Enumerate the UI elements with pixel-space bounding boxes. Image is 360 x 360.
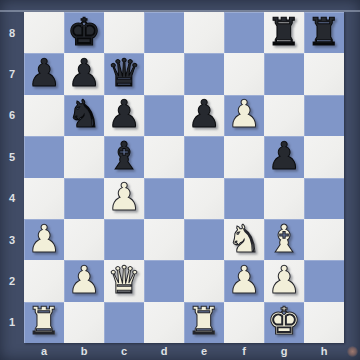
piece-white-pawn[interactable]: ♟: [27, 220, 61, 258]
square-d7[interactable]: [144, 53, 184, 94]
square-f6[interactable]: ♟: [224, 95, 264, 136]
square-c8[interactable]: [104, 12, 144, 53]
piece-white-knight[interactable]: ♞: [227, 220, 261, 258]
square-e2[interactable]: [184, 260, 224, 301]
square-f2[interactable]: ♟: [224, 260, 264, 301]
square-e6[interactable]: ♟: [184, 95, 224, 136]
piece-white-pawn[interactable]: ♟: [67, 261, 101, 299]
square-e7[interactable]: [184, 53, 224, 94]
square-b1[interactable]: [64, 302, 104, 343]
square-f7[interactable]: [224, 53, 264, 94]
square-f3[interactable]: ♞: [224, 219, 264, 260]
square-b4[interactable]: [64, 178, 104, 219]
square-b6[interactable]: ♞: [64, 95, 104, 136]
file-label-e: e: [184, 343, 224, 359]
square-d6[interactable]: [144, 95, 184, 136]
square-a2[interactable]: [24, 260, 64, 301]
square-g2[interactable]: ♟: [264, 260, 304, 301]
piece-black-rook[interactable]: ♜: [307, 13, 341, 51]
rank-label-2: 2: [0, 260, 24, 301]
square-b3[interactable]: [64, 219, 104, 260]
square-c7[interactable]: ♛: [104, 53, 144, 94]
side-to-move-indicator-dot: [347, 346, 358, 357]
square-h1[interactable]: [304, 302, 344, 343]
square-c3[interactable]: [104, 219, 144, 260]
rank-label-1: 1: [0, 302, 24, 343]
rank-label-6: 6: [0, 95, 24, 136]
square-b7[interactable]: ♟: [64, 53, 104, 94]
square-c1[interactable]: [104, 302, 144, 343]
rank-label-4: 4: [0, 178, 24, 219]
square-a7[interactable]: ♟: [24, 53, 64, 94]
square-e5[interactable]: [184, 136, 224, 177]
file-label-a: a: [24, 343, 64, 359]
chess-diagram: 87654321 ♚♜♜♟♟♛♞♟♟♟♝♟♟♟♞♝♟♛♟♟♜♜♚ abcdefg…: [0, 0, 360, 360]
piece-black-pawn[interactable]: ♟: [107, 95, 141, 133]
square-f8[interactable]: [224, 12, 264, 53]
piece-white-pawn[interactable]: ♟: [107, 178, 141, 216]
file-label-d: d: [144, 343, 184, 359]
rank-label-8: 8: [0, 12, 24, 53]
piece-black-pawn[interactable]: ♟: [27, 54, 61, 92]
piece-black-rook[interactable]: ♜: [267, 13, 301, 51]
piece-black-pawn[interactable]: ♟: [187, 95, 221, 133]
square-h6[interactable]: [304, 95, 344, 136]
file-label-h: h: [304, 343, 344, 359]
square-c4[interactable]: ♟: [104, 178, 144, 219]
square-a3[interactable]: ♟: [24, 219, 64, 260]
square-d5[interactable]: [144, 136, 184, 177]
square-d1[interactable]: [144, 302, 184, 343]
file-label-f: f: [224, 343, 264, 359]
piece-black-pawn[interactable]: ♟: [67, 54, 101, 92]
square-c6[interactable]: ♟: [104, 95, 144, 136]
square-h5[interactable]: [304, 136, 344, 177]
square-b2[interactable]: ♟: [64, 260, 104, 301]
piece-black-king[interactable]: ♚: [67, 13, 101, 51]
rank-label-3: 3: [0, 219, 24, 260]
square-e1[interactable]: ♜: [184, 302, 224, 343]
square-g6[interactable]: [264, 95, 304, 136]
piece-white-pawn[interactable]: ♟: [227, 95, 261, 133]
square-h4[interactable]: [304, 178, 344, 219]
square-e4[interactable]: [184, 178, 224, 219]
rank-labels: 87654321: [0, 12, 24, 343]
square-a8[interactable]: [24, 12, 64, 53]
square-a6[interactable]: [24, 95, 64, 136]
rank-label-7: 7: [0, 53, 24, 94]
square-d3[interactable]: [144, 219, 184, 260]
square-g7[interactable]: [264, 53, 304, 94]
file-label-c: c: [104, 343, 144, 359]
square-g8[interactable]: ♜: [264, 12, 304, 53]
square-e8[interactable]: [184, 12, 224, 53]
piece-white-king[interactable]: ♚: [267, 302, 301, 340]
square-h7[interactable]: [304, 53, 344, 94]
piece-black-pawn[interactable]: ♟: [267, 137, 301, 175]
square-g4[interactable]: [264, 178, 304, 219]
square-a5[interactable]: [24, 136, 64, 177]
piece-white-rook[interactable]: ♜: [187, 302, 221, 340]
square-b8[interactable]: ♚: [64, 12, 104, 53]
square-d4[interactable]: [144, 178, 184, 219]
square-g3[interactable]: ♝: [264, 219, 304, 260]
square-h3[interactable]: [304, 219, 344, 260]
file-labels: abcdefgh: [24, 343, 344, 359]
piece-black-queen[interactable]: ♛: [107, 54, 141, 92]
square-a4[interactable]: [24, 178, 64, 219]
piece-white-pawn[interactable]: ♟: [267, 261, 301, 299]
piece-black-bishop[interactable]: ♝: [107, 137, 141, 175]
piece-black-knight[interactable]: ♞: [67, 95, 101, 133]
square-d8[interactable]: [144, 12, 184, 53]
square-g5[interactable]: ♟: [264, 136, 304, 177]
square-b5[interactable]: [64, 136, 104, 177]
piece-white-bishop[interactable]: ♝: [267, 220, 301, 258]
square-c2[interactable]: ♛: [104, 260, 144, 301]
square-h2[interactable]: [304, 260, 344, 301]
file-label-g: g: [264, 343, 304, 359]
square-d2[interactable]: [144, 260, 184, 301]
square-g1[interactable]: ♚: [264, 302, 304, 343]
square-f4[interactable]: [224, 178, 264, 219]
square-h8[interactable]: ♜: [304, 12, 344, 53]
piece-white-pawn[interactable]: ♟: [227, 261, 261, 299]
square-f1[interactable]: [224, 302, 264, 343]
chess-board: ♚♜♜♟♟♛♞♟♟♟♝♟♟♟♞♝♟♛♟♟♜♜♚: [24, 12, 344, 343]
piece-white-rook[interactable]: ♜: [27, 302, 61, 340]
square-a1[interactable]: ♜: [24, 302, 64, 343]
rank-label-5: 5: [0, 136, 24, 177]
square-e3[interactable]: [184, 219, 224, 260]
square-f5[interactable]: [224, 136, 264, 177]
piece-white-queen[interactable]: ♛: [107, 261, 141, 299]
square-c5[interactable]: ♝: [104, 136, 144, 177]
file-label-b: b: [64, 343, 104, 359]
